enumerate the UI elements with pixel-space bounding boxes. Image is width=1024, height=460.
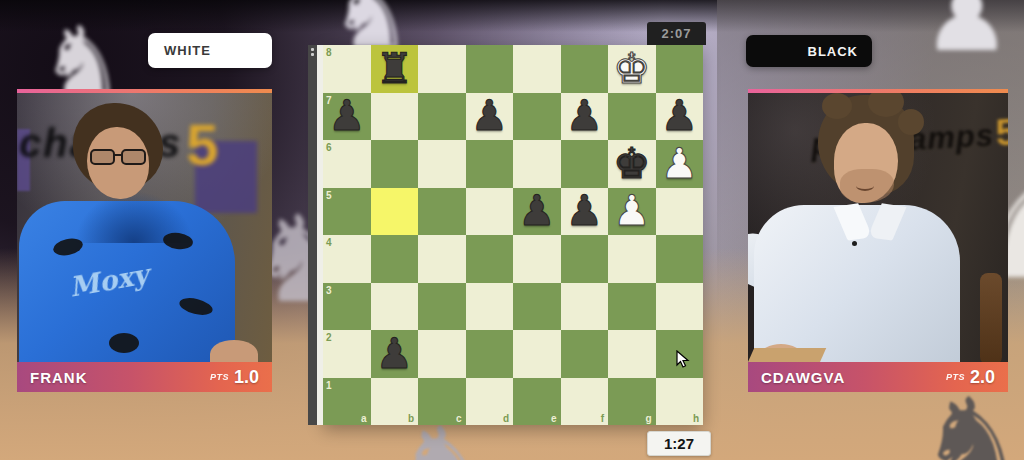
- chess-board: 8♜♚7♟♟♟♟6♚♟5♟♟♟432♟1abcdefgh: [323, 45, 703, 425]
- file-label-d: d: [503, 413, 509, 424]
- piece-black-rook[interactable]: ♜: [371, 45, 419, 93]
- square-b4[interactable]: [371, 235, 419, 283]
- knight-statue-icon: ♞: [918, 382, 1024, 460]
- piece-black-pawn[interactable]: ♟: [323, 93, 371, 141]
- piece-black-pawn[interactable]: ♟: [656, 93, 704, 141]
- piece-black-pawn[interactable]: ♟: [466, 93, 514, 141]
- player-bar-black: CDAWGVA PTS 2.0: [748, 362, 1008, 392]
- square-h8[interactable]: [656, 45, 704, 93]
- rank-label-3: 3: [326, 285, 332, 296]
- rank-label-1: 1: [326, 380, 332, 391]
- square-b6[interactable]: [371, 140, 419, 188]
- square-d2[interactable]: [466, 330, 514, 378]
- square-b7[interactable]: [371, 93, 419, 141]
- file-label-c: c: [456, 413, 462, 424]
- file-label-b: b: [408, 413, 414, 424]
- square-b3[interactable]: [371, 283, 419, 331]
- square-e2[interactable]: [513, 330, 561, 378]
- square-g8[interactable]: ♚: [608, 45, 656, 93]
- square-d3[interactable]: [466, 283, 514, 331]
- webcam-white-video: champs5 Moxy: [17, 93, 272, 362]
- piece-black-pawn[interactable]: ♟: [561, 188, 609, 236]
- score-white: PTS 1.0: [210, 367, 259, 388]
- webcam-black-video: pogchamps5: [748, 93, 1008, 362]
- white-side-label: WHITE: [148, 33, 272, 68]
- mouse-cursor-icon: [676, 350, 690, 372]
- square-f6[interactable]: [561, 140, 609, 188]
- square-e6[interactable]: [513, 140, 561, 188]
- square-e1[interactable]: e: [513, 378, 561, 426]
- square-a1[interactable]: 1a: [323, 378, 371, 426]
- square-e7[interactable]: [513, 93, 561, 141]
- square-a4[interactable]: 4: [323, 235, 371, 283]
- square-f5[interactable]: ♟: [561, 188, 609, 236]
- square-f8[interactable]: [561, 45, 609, 93]
- square-c7[interactable]: [418, 93, 466, 141]
- square-f2[interactable]: [561, 330, 609, 378]
- piece-black-pawn[interactable]: ♟: [371, 330, 419, 378]
- square-d8[interactable]: [466, 45, 514, 93]
- square-d4[interactable]: [466, 235, 514, 283]
- piece-black-pawn[interactable]: ♟: [561, 93, 609, 141]
- square-f7[interactable]: ♟: [561, 93, 609, 141]
- pawn-statue-icon: ♟: [922, 0, 1012, 66]
- file-label-g: g: [645, 413, 651, 424]
- piece-white-pawn[interactable]: ♟: [608, 188, 656, 236]
- wooden-chair: [980, 273, 1002, 362]
- square-f1[interactable]: f: [561, 378, 609, 426]
- file-label-a: a: [361, 413, 367, 424]
- white-clock: 1:27: [647, 431, 711, 456]
- square-h3[interactable]: [656, 283, 704, 331]
- square-e3[interactable]: [513, 283, 561, 331]
- square-c3[interactable]: [418, 283, 466, 331]
- square-b2[interactable]: ♟: [371, 330, 419, 378]
- rank-label-6: 6: [326, 142, 332, 153]
- square-b8[interactable]: ♜: [371, 45, 419, 93]
- black-clock: 2:07: [647, 22, 706, 45]
- rank-label-4: 4: [326, 237, 332, 248]
- square-c2[interactable]: [418, 330, 466, 378]
- square-h5[interactable]: [656, 188, 704, 236]
- stream-stage: ♞ ♞ ♞ ♞ ♞ ♞ ♟ 8♜♚7♟♟♟♟6♚♟5♟♟♟432♟1abcdef…: [0, 0, 1024, 460]
- glasses-lens: [90, 149, 115, 165]
- player-bar-white: FRANK PTS 1.0: [17, 362, 272, 392]
- square-a5[interactable]: 5: [323, 188, 371, 236]
- player-smile: [856, 181, 874, 191]
- square-a8[interactable]: 8: [323, 45, 371, 93]
- player-name-black: CDAWGVA: [761, 369, 845, 386]
- square-g2[interactable]: [608, 330, 656, 378]
- black-side-label: BLACK: [746, 35, 872, 67]
- player-hand: [210, 340, 258, 362]
- square-g1[interactable]: g: [608, 378, 656, 426]
- square-c4[interactable]: [418, 235, 466, 283]
- square-e5[interactable]: ♟: [513, 188, 561, 236]
- square-g4[interactable]: [608, 235, 656, 283]
- square-g6[interactable]: ♚: [608, 140, 656, 188]
- table-edge: [748, 348, 826, 362]
- file-label-h: h: [693, 413, 699, 424]
- pts-value-white: 1.0: [234, 367, 259, 388]
- pts-label: PTS: [210, 372, 229, 382]
- lapel-mic-icon: [852, 241, 857, 246]
- file-label-e: e: [551, 413, 557, 424]
- square-d5[interactable]: [466, 188, 514, 236]
- piece-white-pawn[interactable]: ♟: [656, 140, 704, 188]
- square-a3[interactable]: 3: [323, 283, 371, 331]
- square-a6[interactable]: 6: [323, 140, 371, 188]
- square-c8[interactable]: [418, 45, 466, 93]
- file-label-f: f: [601, 413, 604, 424]
- scrollbar[interactable]: [308, 45, 317, 425]
- sign-number: 5: [995, 112, 1008, 154]
- sign-number: 5: [186, 112, 218, 177]
- glasses-lens: [121, 149, 146, 165]
- square-e4[interactable]: [513, 235, 561, 283]
- rank-label-2: 2: [326, 332, 332, 343]
- pts-value-black: 2.0: [970, 367, 995, 388]
- webcam-white-player: champs5 Moxy FRANK PTS 1.0: [17, 89, 272, 392]
- piece-white-king[interactable]: ♚: [608, 45, 656, 93]
- hoodie-patch: [109, 333, 139, 353]
- scrollbar-dot: [311, 48, 314, 51]
- score-black: PTS 2.0: [946, 367, 995, 388]
- square-h1[interactable]: h: [656, 378, 704, 426]
- square-f4[interactable]: [561, 235, 609, 283]
- square-c1[interactable]: c: [418, 378, 466, 426]
- square-g3[interactable]: [608, 283, 656, 331]
- webcam-black-player: pogchamps5 CDAWGVA PTS 2.0: [748, 89, 1008, 392]
- square-a2[interactable]: 2: [323, 330, 371, 378]
- square-e8[interactable]: [513, 45, 561, 93]
- piece-black-king[interactable]: ♚: [608, 140, 656, 188]
- square-a7[interactable]: 7♟: [323, 93, 371, 141]
- square-h6[interactable]: ♟: [656, 140, 704, 188]
- square-d1[interactable]: d: [466, 378, 514, 426]
- square-g5[interactable]: ♟: [608, 188, 656, 236]
- glasses-bridge: [114, 154, 122, 156]
- hair-curl: [898, 109, 924, 135]
- rank-label-8: 8: [326, 47, 332, 58]
- square-h4[interactable]: [656, 235, 704, 283]
- player-name-white: FRANK: [30, 369, 88, 386]
- square-f3[interactable]: [561, 283, 609, 331]
- square-d7[interactable]: ♟: [466, 93, 514, 141]
- scrollbar-dot: [311, 53, 314, 56]
- square-c6[interactable]: [418, 140, 466, 188]
- square-d6[interactable]: [466, 140, 514, 188]
- square-b1[interactable]: b: [371, 378, 419, 426]
- square-h7[interactable]: ♟: [656, 93, 704, 141]
- square-b5[interactable]: [371, 188, 419, 236]
- hair-curl: [822, 93, 852, 119]
- piece-black-pawn[interactable]: ♟: [513, 188, 561, 236]
- rank-label-5: 5: [326, 190, 332, 201]
- pts-label: PTS: [946, 372, 965, 382]
- square-c5[interactable]: [418, 188, 466, 236]
- square-g7[interactable]: [608, 93, 656, 141]
